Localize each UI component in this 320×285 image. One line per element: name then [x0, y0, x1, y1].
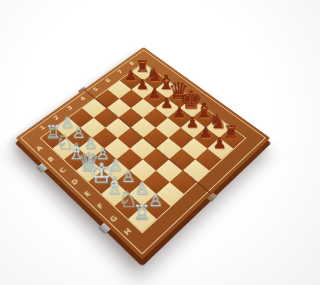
- piece-bp-h7[interactable]: ♟: [213, 136, 227, 151]
- square-b4[interactable]: [94, 108, 119, 128]
- piece-bp-e7[interactable]: ♟: [173, 106, 186, 121]
- square-g5[interactable]: [169, 149, 195, 171]
- chess-board: ♜♞♝♛♚♝♞♜♟♟♟♟♟♟♟♟♙♙♙♙♙♙♙♙♖♘♗♕♔♗♘♖ ABCDEFG…: [16, 47, 271, 259]
- square-f5[interactable]: [156, 138, 182, 159]
- piece-bp-b7[interactable]: ♟: [136, 78, 149, 92]
- board-squares: ♜♞♝♛♚♝♞♜♟♟♟♟♟♟♟♟♙♙♙♙♙♙♙♙♖♘♗♕♔♗♘♖: [41, 63, 245, 232]
- piece-bp-f7[interactable]: ♟: [186, 116, 199, 131]
- piece-bp-d7[interactable]: ♟: [161, 96, 174, 110]
- piece-wr-h1[interactable]: ♖: [133, 203, 151, 223]
- square-e4[interactable]: [130, 138, 156, 159]
- piece-bp-c7[interactable]: ♟: [148, 87, 161, 101]
- board-top-face: ♜♞♝♛♚♝♞♜♟♟♟♟♟♟♟♟♙♙♙♙♙♙♙♙♖♘♗♕♔♗♘♖ ABCDEFG…: [16, 47, 271, 259]
- piece-bp-g7[interactable]: ♟: [199, 126, 212, 141]
- photo-scene: ♜♞♝♛♚♝♞♜♟♟♟♟♟♟♟♟♙♙♙♙♙♙♙♙♖♘♗♕♔♗♘♖ ABCDEFG…: [0, 0, 285, 285]
